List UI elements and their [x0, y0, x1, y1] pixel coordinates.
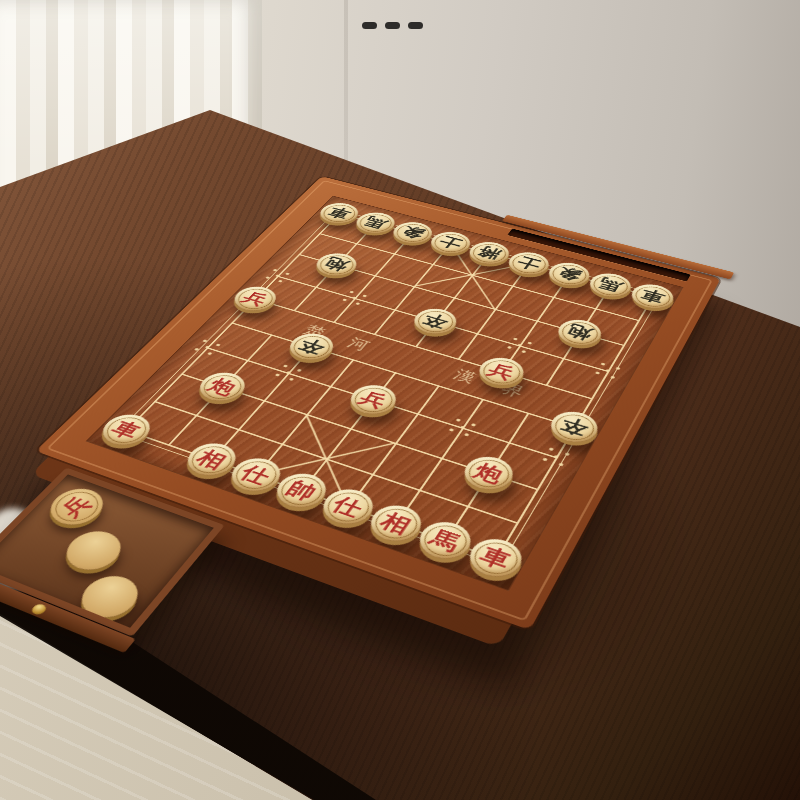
drawer-piece-facedown[interactable]: [71, 569, 149, 624]
drawer-piece-soldier[interactable]: 兵: [40, 483, 113, 531]
drawer-piece-facedown[interactable]: [56, 525, 131, 576]
drawer-knob-icon[interactable]: [30, 603, 49, 616]
product-photo-scene: 楚 河 漢 界 車馬象士將士象馬車炮炮卒兵兵卒卒兵炮炮車相仕帥仕相馬車 兵: [0, 0, 800, 800]
dash-icon: [362, 22, 377, 29]
dash-icon: [408, 22, 423, 29]
dash-icon: [385, 22, 400, 29]
ellipsis-indicator[interactable]: [362, 22, 423, 29]
